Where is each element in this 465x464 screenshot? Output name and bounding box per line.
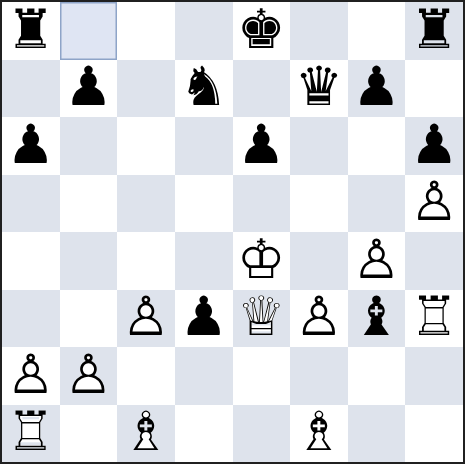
square-e4[interactable]: ♚♔ [233,232,291,290]
piece-black-queen: ♛ [290,60,348,118]
piece-black-knight: ♞ [175,60,233,118]
square-f8[interactable] [290,2,348,60]
square-e2[interactable] [233,347,291,405]
square-f2[interactable] [290,347,348,405]
piece-white-pawn: ♟♙ [60,347,118,405]
square-h5[interactable]: ♟♙ [405,175,463,233]
square-e5[interactable] [233,175,291,233]
square-c1[interactable]: ♝♗ [117,405,175,463]
square-b8[interactable] [60,2,118,60]
piece-white-bishop: ♝♗ [117,405,175,463]
square-d3[interactable]: ♟ [175,290,233,348]
square-d6[interactable] [175,117,233,175]
square-g8[interactable] [348,2,406,60]
piece-white-pawn: ♟♙ [290,290,348,348]
piece-white-pawn: ♟♙ [348,232,406,290]
square-h4[interactable] [405,232,463,290]
square-a1[interactable]: ♜♖ [2,405,60,463]
piece-black-pawn: ♟ [175,290,233,348]
square-c3[interactable]: ♟♙ [117,290,175,348]
square-e6[interactable]: ♟ [233,117,291,175]
square-d7[interactable]: ♞ [175,60,233,118]
piece-black-pawn: ♟ [348,60,406,118]
square-h8[interactable]: ♜ [405,2,463,60]
square-b7[interactable]: ♟ [60,60,118,118]
square-d5[interactable] [175,175,233,233]
square-b4[interactable] [60,232,118,290]
piece-white-bishop: ♝♗ [290,405,348,463]
square-e7[interactable] [233,60,291,118]
square-c8[interactable] [117,2,175,60]
square-b2[interactable]: ♟♙ [60,347,118,405]
chessboard: ♜♚♜♟♞♛♟♟♟♟♟♙♚♔♟♙♟♙♟♛♕♟♙♝♜♖♟♙♟♙♜♖♝♗♝♗ [0,0,465,464]
square-f7[interactable]: ♛ [290,60,348,118]
square-e3[interactable]: ♛♕ [233,290,291,348]
square-c7[interactable] [117,60,175,118]
square-c5[interactable] [117,175,175,233]
square-c6[interactable] [117,117,175,175]
piece-white-rook: ♜♖ [405,290,463,348]
piece-white-queen: ♛♕ [233,290,291,348]
square-f4[interactable] [290,232,348,290]
square-a3[interactable] [2,290,60,348]
square-g6[interactable] [348,117,406,175]
square-c4[interactable] [117,232,175,290]
square-f6[interactable] [290,117,348,175]
square-a6[interactable]: ♟ [2,117,60,175]
square-a2[interactable]: ♟♙ [2,347,60,405]
board-grid: ♜♚♜♟♞♛♟♟♟♟♟♙♚♔♟♙♟♙♟♛♕♟♙♝♜♖♟♙♟♙♜♖♝♗♝♗ [0,0,465,464]
square-d2[interactable] [175,347,233,405]
square-a7[interactable] [2,60,60,118]
piece-white-king: ♚♔ [233,232,291,290]
piece-white-pawn: ♟♙ [2,347,60,405]
square-g7[interactable]: ♟ [348,60,406,118]
square-a8[interactable]: ♜ [2,2,60,60]
square-b6[interactable] [60,117,118,175]
square-h2[interactable] [405,347,463,405]
piece-black-pawn: ♟ [60,60,118,118]
square-b1[interactable] [60,405,118,463]
piece-black-pawn: ♟ [233,117,291,175]
square-e8[interactable]: ♚ [233,2,291,60]
square-d8[interactable] [175,2,233,60]
square-h3[interactable]: ♜♖ [405,290,463,348]
piece-black-king: ♚ [233,2,291,60]
square-h6[interactable]: ♟ [405,117,463,175]
square-a4[interactable] [2,232,60,290]
square-e1[interactable] [233,405,291,463]
square-d1[interactable] [175,405,233,463]
piece-white-rook: ♜♖ [2,405,60,463]
square-g2[interactable] [348,347,406,405]
square-h7[interactable] [405,60,463,118]
square-g1[interactable] [348,405,406,463]
square-c2[interactable] [117,347,175,405]
piece-black-pawn: ♟ [2,117,60,175]
square-d4[interactable] [175,232,233,290]
square-f1[interactable]: ♝♗ [290,405,348,463]
piece-white-pawn: ♟♙ [405,175,463,233]
square-g4[interactable]: ♟♙ [348,232,406,290]
square-f5[interactable] [290,175,348,233]
piece-black-rook: ♜ [2,2,60,60]
square-a5[interactable] [2,175,60,233]
square-g5[interactable] [348,175,406,233]
square-b5[interactable] [60,175,118,233]
square-f3[interactable]: ♟♙ [290,290,348,348]
square-g3[interactable]: ♝ [348,290,406,348]
piece-black-pawn: ♟ [405,117,463,175]
piece-black-bishop: ♝ [348,290,406,348]
square-h1[interactable] [405,405,463,463]
piece-white-pawn: ♟♙ [117,290,175,348]
piece-black-rook: ♜ [405,2,463,60]
square-b3[interactable] [60,290,118,348]
